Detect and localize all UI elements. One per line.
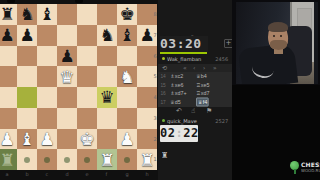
move-row[interactable]: 17♕d5♕f4 <box>158 98 232 107</box>
square-a2[interactable]: ♟ <box>0 129 17 150</box>
square-d2[interactable] <box>57 129 77 150</box>
rank-label: 4 <box>154 95 157 100</box>
square-c8[interactable]: ♝ <box>37 4 57 25</box>
square-a8[interactable]: ♜ <box>0 4 17 25</box>
square-c1[interactable] <box>37 149 57 170</box>
square-b5[interactable] <box>17 66 37 87</box>
player-top-name[interactable]: Wak_flamban <box>167 56 201 62</box>
player-bottom-rating: 2527 <box>215 118 228 124</box>
square-a7[interactable]: ♟ <box>0 25 17 46</box>
square-f2[interactable] <box>97 129 117 150</box>
square-e8[interactable] <box>77 4 97 25</box>
online-dot-top <box>162 57 165 60</box>
white-move[interactable]: ♗xc2 <box>170 73 193 80</box>
webcam-panel <box>232 0 320 85</box>
white-piece[interactable]: ♞ <box>119 67 134 87</box>
file-label: b <box>26 171 29 177</box>
square-c5[interactable] <box>37 66 57 87</box>
streamer-eye <box>273 35 275 37</box>
online-dot-bottom <box>162 119 165 122</box>
white-piece[interactable]: ♚ <box>79 129 94 149</box>
player-bottom-name[interactable]: quick_Mave <box>167 118 197 124</box>
file-label: g <box>126 171 129 177</box>
draw-button[interactable]: ☝ <box>191 107 195 116</box>
black-piece[interactable]: ♞ <box>99 25 114 45</box>
video-frame: ♜♞♝♚♟♟♞♝♟♟♛♞♛♟♝♟♚♟♜♜♜ abcdefgh87654321 ♟… <box>0 0 320 180</box>
square-f3[interactable] <box>97 108 117 129</box>
file-label: e <box>86 171 89 177</box>
square-d4[interactable] <box>57 87 77 108</box>
move-dot[interactable] <box>44 157 50 163</box>
clock-bottom-active: 02:22 <box>160 125 198 142</box>
square-d8[interactable] <box>57 4 77 25</box>
square-g4[interactable] <box>117 87 137 108</box>
black-piece[interactable]: ♟ <box>139 25 154 45</box>
move-list[interactable]: 14♗xc2♕b415♗xe6♖xe516♗xd7+♖xd717♕d5♕f4 <box>158 72 232 107</box>
square-e1[interactable] <box>77 149 97 170</box>
move-number: 14 <box>158 73 168 79</box>
file-label: f <box>106 171 108 177</box>
black-piece[interactable]: ♟ <box>19 25 34 45</box>
square-b6[interactable] <box>17 46 37 67</box>
square-c7[interactable] <box>37 25 57 46</box>
webcam-video <box>236 2 318 84</box>
square-f7[interactable]: ♞ <box>97 25 117 46</box>
black-move-current[interactable]: ♕f4 <box>196 97 209 106</box>
player-top-row: Wak_flamban 2456 <box>158 55 232 63</box>
square-e2[interactable]: ♚ <box>77 129 97 150</box>
nav-icon[interactable]: › <box>203 64 205 72</box>
square-g8[interactable]: ♚ <box>117 4 137 25</box>
player-top-rating: 2456 <box>215 56 228 62</box>
white-piece[interactable]: ♜ <box>0 150 15 170</box>
square-e6[interactable] <box>77 46 97 67</box>
square-a1[interactable]: ♜ <box>0 149 17 170</box>
square-a3[interactable] <box>0 108 17 129</box>
clock-top: 03:20 <box>160 36 208 52</box>
rank-label: 3 <box>154 116 157 121</box>
move-dot[interactable] <box>24 157 30 163</box>
square-f1[interactable]: ♜ <box>97 149 117 170</box>
square-b1[interactable] <box>17 149 37 170</box>
rank-label: 1 <box>154 157 157 162</box>
square-d6[interactable]: ♟ <box>57 46 77 67</box>
square-g7[interactable]: ♝ <box>117 25 137 46</box>
move-row[interactable]: 15♗xe6♖xe5 <box>158 81 232 90</box>
square-e4[interactable] <box>77 87 97 108</box>
black-piece[interactable]: ♜ <box>0 4 15 24</box>
tree-logo-trunk <box>294 169 297 174</box>
chess-board[interactable]: ♜♞♝♚♟♟♞♝♟♟♛♞♛♟♝♟♚♟♜♜♜ <box>0 4 157 170</box>
bottom-right-background: CHESS WOOD.RU <box>232 85 320 180</box>
takeback-button[interactable]: ↶ <box>176 107 182 116</box>
square-c6[interactable] <box>37 46 57 67</box>
black-piece[interactable]: ♚ <box>119 4 134 24</box>
white-piece[interactable]: ♟ <box>0 129 15 149</box>
square-g6[interactable] <box>117 46 137 67</box>
black-move[interactable]: ♕b4 <box>196 73 219 80</box>
square-e3[interactable] <box>77 108 97 129</box>
rank-label: 2 <box>154 137 157 142</box>
black-piece[interactable]: ♟ <box>0 25 15 45</box>
move-row[interactable]: 16♗xd7+♖xd7 <box>158 89 232 98</box>
logo-text-line2: WOOD.RU <box>301 169 320 173</box>
square-d3[interactable] <box>57 108 77 129</box>
captured-piece-icon: ♜ <box>161 151 168 160</box>
square-g2[interactable]: ♟ <box>117 129 137 150</box>
file-label: h <box>146 171 149 177</box>
square-e5[interactable] <box>77 66 97 87</box>
rank-label: 7 <box>154 33 157 38</box>
move-dot[interactable] <box>124 157 130 163</box>
black-piece[interactable]: ♝ <box>119 25 134 45</box>
file-label: c <box>46 171 49 177</box>
rank-label: 5 <box>154 74 157 79</box>
square-a5[interactable] <box>0 66 17 87</box>
white-move[interactable]: ♗xe6 <box>170 81 193 88</box>
white-move[interactable]: ♗xd7+ <box>170 90 193 97</box>
player-bottom-row: quick_Mave 2527 <box>158 117 232 125</box>
square-f6[interactable] <box>97 46 117 67</box>
white-piece[interactable]: ♜ <box>99 150 114 170</box>
black-piece[interactable]: ♛ <box>99 87 114 107</box>
white-move[interactable]: ♕d5 <box>170 98 193 105</box>
move-dot[interactable] <box>64 157 70 163</box>
cropped-piece-fragment <box>75 0 83 3</box>
square-b2[interactable]: ♝ <box>17 129 37 150</box>
square-b4[interactable] <box>17 87 37 108</box>
square-a4[interactable] <box>0 87 17 108</box>
game-side-panel: ♟♞♝ +2 03:20 + Wak_flamban 2456 ⟲«‹›» 14… <box>158 0 232 180</box>
square-a6[interactable] <box>0 46 17 67</box>
channel-logo: CHESS WOOD.RU <box>290 160 320 180</box>
move-number: 17 <box>158 99 168 105</box>
nav-icon[interactable]: ‹ <box>193 64 195 72</box>
white-piece[interactable]: ♛ <box>59 67 74 87</box>
resign-button[interactable]: ⚑ <box>206 107 212 116</box>
square-b8[interactable]: ♞ <box>17 4 37 25</box>
nav-icon[interactable]: ⟲ <box>162 64 167 72</box>
square-g1[interactable] <box>117 149 137 170</box>
square-c2[interactable]: ♟ <box>37 129 57 150</box>
rank-label: 6 <box>154 54 157 59</box>
streamer-beard <box>270 40 287 50</box>
streamer-eye <box>280 35 282 37</box>
square-g5[interactable]: ♞ <box>117 66 137 87</box>
square-d1[interactable] <box>57 149 77 170</box>
square-e7[interactable] <box>77 25 97 46</box>
black-piece[interactable]: ♞ <box>19 4 34 24</box>
black-move[interactable]: ♖xe5 <box>196 81 219 88</box>
square-d7[interactable] <box>57 25 77 46</box>
game-action-bar: ↶☝⚑ <box>158 107 232 116</box>
rank-label: 8 <box>154 12 157 17</box>
wall-edge <box>314 2 318 84</box>
square-c4[interactable] <box>37 87 57 108</box>
white-piece[interactable]: ♟ <box>39 129 54 149</box>
file-label: d <box>66 171 69 177</box>
black-piece[interactable]: ♟ <box>59 46 74 66</box>
captured-pieces-bottom: ♜ <box>161 143 169 162</box>
move-nav-bar: ⟲«‹›» <box>158 64 232 72</box>
square-g3[interactable] <box>117 108 137 129</box>
logo-text-line1: CHESS <box>301 162 320 168</box>
square-b7[interactable]: ♟ <box>17 25 37 46</box>
nav-icon[interactable]: » <box>213 64 217 72</box>
move-row[interactable]: 14♗xc2♕b4 <box>158 72 232 81</box>
white-piece[interactable]: ♟ <box>119 129 134 149</box>
file-label: a <box>6 171 9 177</box>
black-piece[interactable]: ♝ <box>39 4 54 24</box>
nav-icon[interactable]: « <box>183 64 187 72</box>
square-c3[interactable] <box>37 108 57 129</box>
move-dot[interactable] <box>84 157 90 163</box>
square-f4[interactable]: ♛ <box>97 87 117 108</box>
move-number: 15 <box>158 82 168 88</box>
white-piece[interactable]: ♝ <box>19 129 34 149</box>
square-f8[interactable] <box>97 4 117 25</box>
square-f5[interactable] <box>97 66 117 87</box>
square-d5[interactable]: ♛ <box>57 66 77 87</box>
cropped-piece-fragment <box>7 0 15 3</box>
white-piece[interactable]: ♜ <box>139 150 154 170</box>
black-move[interactable]: ♖xd7 <box>196 90 219 97</box>
move-number: 16 <box>158 90 168 96</box>
streamer-hair <box>268 22 288 32</box>
square-b3[interactable] <box>17 108 37 129</box>
